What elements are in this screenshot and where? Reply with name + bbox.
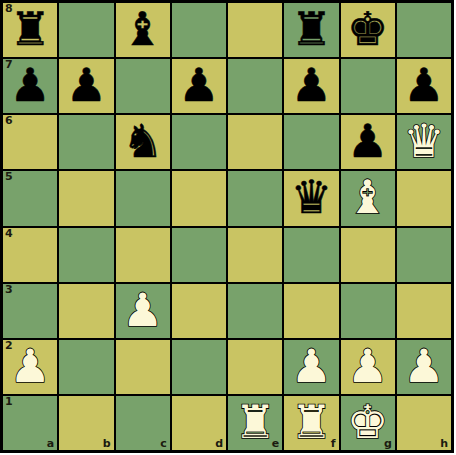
square-f3[interactable] bbox=[284, 284, 338, 338]
black-pawn: ♟ bbox=[10, 62, 51, 108]
white-rook: ♜ bbox=[291, 399, 332, 445]
white-king: ♚ bbox=[347, 399, 388, 445]
square-b1[interactable]: b bbox=[59, 396, 113, 450]
square-e2[interactable] bbox=[228, 340, 282, 394]
file-label-a: a bbox=[47, 438, 54, 450]
black-bishop: ♝ bbox=[122, 6, 163, 52]
square-f8[interactable]: ♜ bbox=[284, 3, 338, 57]
square-c8[interactable]: ♝ bbox=[116, 3, 170, 57]
square-g1[interactable]: g♚ bbox=[341, 396, 395, 450]
file-label-d: d bbox=[215, 438, 223, 450]
square-e7[interactable] bbox=[228, 59, 282, 113]
square-d7[interactable]: ♟ bbox=[172, 59, 226, 113]
square-b7[interactable]: ♟ bbox=[59, 59, 113, 113]
square-e4[interactable] bbox=[228, 228, 282, 282]
square-a1[interactable]: 1a bbox=[3, 396, 57, 450]
square-c5[interactable] bbox=[116, 171, 170, 225]
black-knight: ♞ bbox=[122, 118, 163, 164]
rank-label-5: 5 bbox=[5, 171, 13, 183]
white-pawn: ♟ bbox=[347, 343, 388, 389]
white-rook: ♜ bbox=[235, 399, 276, 445]
square-b2[interactable] bbox=[59, 340, 113, 394]
black-rook: ♜ bbox=[10, 6, 51, 52]
square-g5[interactable]: ♝ bbox=[341, 171, 395, 225]
square-g2[interactable]: ♟ bbox=[341, 340, 395, 394]
square-a5[interactable]: 5 bbox=[3, 171, 57, 225]
square-f1[interactable]: f♜ bbox=[284, 396, 338, 450]
black-queen: ♛ bbox=[291, 174, 332, 220]
square-d5[interactable] bbox=[172, 171, 226, 225]
rank-label-6: 6 bbox=[5, 115, 13, 127]
black-pawn: ♟ bbox=[291, 62, 332, 108]
square-a7[interactable]: 7♟ bbox=[3, 59, 57, 113]
rank-label-3: 3 bbox=[5, 284, 13, 296]
square-h5[interactable] bbox=[397, 171, 451, 225]
square-f5[interactable]: ♛ bbox=[284, 171, 338, 225]
black-king: ♚ bbox=[347, 6, 388, 52]
square-a6[interactable]: 6 bbox=[3, 115, 57, 169]
square-c1[interactable]: c bbox=[116, 396, 170, 450]
square-f2[interactable]: ♟ bbox=[284, 340, 338, 394]
file-label-c: c bbox=[160, 438, 167, 450]
white-pawn: ♟ bbox=[403, 343, 444, 389]
square-e6[interactable] bbox=[228, 115, 282, 169]
square-g7[interactable] bbox=[341, 59, 395, 113]
square-h6[interactable]: ♛ bbox=[397, 115, 451, 169]
square-a8[interactable]: 8♜ bbox=[3, 3, 57, 57]
square-d2[interactable] bbox=[172, 340, 226, 394]
square-b4[interactable] bbox=[59, 228, 113, 282]
rank-label-1: 1 bbox=[5, 396, 13, 408]
square-h4[interactable] bbox=[397, 228, 451, 282]
square-g6[interactable]: ♟ bbox=[341, 115, 395, 169]
square-c6[interactable]: ♞ bbox=[116, 115, 170, 169]
square-b8[interactable] bbox=[59, 3, 113, 57]
square-b5[interactable] bbox=[59, 171, 113, 225]
square-h3[interactable] bbox=[397, 284, 451, 338]
square-e5[interactable] bbox=[228, 171, 282, 225]
square-b3[interactable] bbox=[59, 284, 113, 338]
square-d4[interactable] bbox=[172, 228, 226, 282]
square-h2[interactable]: ♟ bbox=[397, 340, 451, 394]
white-pawn: ♟ bbox=[291, 343, 332, 389]
square-a3[interactable]: 3 bbox=[3, 284, 57, 338]
square-f4[interactable] bbox=[284, 228, 338, 282]
square-h7[interactable]: ♟ bbox=[397, 59, 451, 113]
black-rook: ♜ bbox=[291, 6, 332, 52]
square-a4[interactable]: 4 bbox=[3, 228, 57, 282]
chess-board: 8♜♝♜♚7♟♟♟♟♟6♞♟♛5♛♝43♟2♟♟♟♟1abcde♜f♜g♚h bbox=[0, 0, 454, 453]
white-pawn: ♟ bbox=[10, 343, 51, 389]
square-g4[interactable] bbox=[341, 228, 395, 282]
square-h1[interactable]: h bbox=[397, 396, 451, 450]
square-e1[interactable]: e♜ bbox=[228, 396, 282, 450]
black-pawn: ♟ bbox=[178, 62, 219, 108]
square-e3[interactable] bbox=[228, 284, 282, 338]
black-pawn: ♟ bbox=[403, 62, 444, 108]
square-a2[interactable]: 2♟ bbox=[3, 340, 57, 394]
square-f6[interactable] bbox=[284, 115, 338, 169]
square-c7[interactable] bbox=[116, 59, 170, 113]
square-f7[interactable]: ♟ bbox=[284, 59, 338, 113]
square-d8[interactable] bbox=[172, 3, 226, 57]
rank-label-4: 4 bbox=[5, 228, 13, 240]
square-c2[interactable] bbox=[116, 340, 170, 394]
square-b6[interactable] bbox=[59, 115, 113, 169]
white-pawn: ♟ bbox=[122, 287, 163, 333]
file-label-h: h bbox=[440, 438, 448, 450]
square-g8[interactable]: ♚ bbox=[341, 3, 395, 57]
file-label-b: b bbox=[103, 438, 111, 450]
square-e8[interactable] bbox=[228, 3, 282, 57]
square-h8[interactable] bbox=[397, 3, 451, 57]
square-d1[interactable]: d bbox=[172, 396, 226, 450]
square-g3[interactable] bbox=[341, 284, 395, 338]
black-pawn: ♟ bbox=[66, 62, 107, 108]
black-pawn: ♟ bbox=[347, 118, 388, 164]
square-c3[interactable]: ♟ bbox=[116, 284, 170, 338]
white-queen: ♛ bbox=[403, 118, 444, 164]
square-c4[interactable] bbox=[116, 228, 170, 282]
white-bishop: ♝ bbox=[347, 174, 388, 220]
chess-board-frame: 8♜♝♜♚7♟♟♟♟♟6♞♟♛5♛♝43♟2♟♟♟♟1abcde♜f♜g♚h bbox=[0, 0, 456, 455]
square-d6[interactable] bbox=[172, 115, 226, 169]
square-d3[interactable] bbox=[172, 284, 226, 338]
